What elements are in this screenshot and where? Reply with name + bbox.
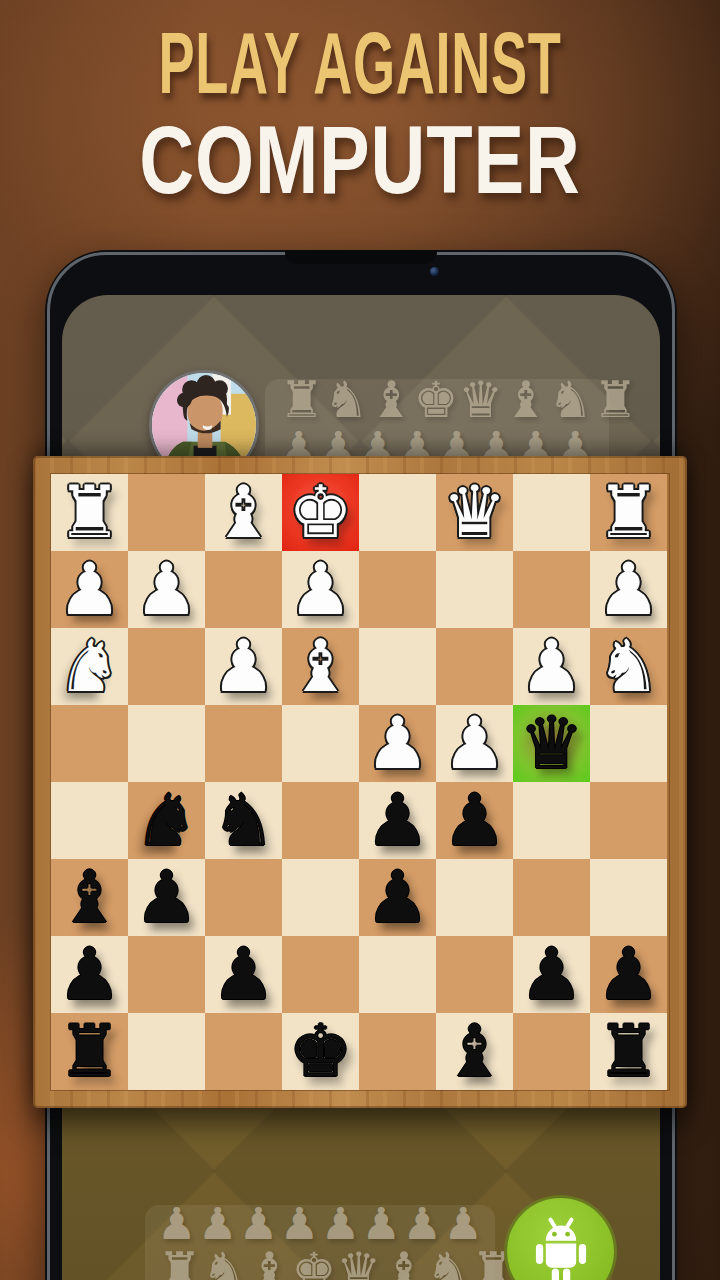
ghost-pawn-icon: ♟ (321, 1202, 360, 1246)
square-c1[interactable]: ♛ (436, 474, 513, 551)
square-d3[interactable] (359, 628, 436, 705)
square-f2[interactable] (205, 551, 282, 628)
square-g2[interactable]: ♟ (128, 551, 205, 628)
black-pawn: ♟ (134, 859, 199, 936)
ghost-pawn-icon: ♟ (403, 1202, 442, 1246)
ghost-knight-icon: ♞ (202, 1246, 247, 1280)
square-e3[interactable]: ♝ (282, 628, 359, 705)
black-pawn: ♟ (519, 936, 584, 1013)
square-f1[interactable]: ♝ (205, 474, 282, 551)
black-bishop: ♝ (442, 1013, 507, 1090)
square-d8[interactable] (359, 1013, 436, 1090)
black-pawn: ♟ (57, 936, 122, 1013)
ghost-pawn-icon: ♟ (443, 1202, 482, 1246)
square-f8[interactable] (205, 1013, 282, 1090)
chess-board-grid: ♜♝♚♛♜♟♟♟♟♞♟♝♟♞♟♟♛♞♞♟♟♝♟♟♟♟♟♟♜♚♝♜ (51, 474, 669, 1090)
computer-tray-pawn-row: ♟♟♟♟♟♟♟♟ (157, 1202, 483, 1246)
square-a7[interactable]: ♟ (590, 936, 667, 1013)
ghost-rook-icon: ♜ (279, 375, 324, 425)
black-pawn: ♟ (596, 936, 661, 1013)
square-a3[interactable]: ♞ (590, 628, 667, 705)
ghost-king-icon: ♚ (413, 375, 458, 425)
square-g3[interactable] (128, 628, 205, 705)
square-h6[interactable]: ♝ (51, 859, 128, 936)
ghost-pawn-icon: ♟ (280, 1202, 319, 1246)
square-f6[interactable] (205, 859, 282, 936)
black-knight: ♞ (134, 782, 199, 859)
white-pawn: ♟ (365, 705, 430, 782)
black-knight: ♞ (211, 782, 276, 859)
square-g7[interactable] (128, 936, 205, 1013)
promo-screenshot: PLAY AGAINST COMPUTER (0, 0, 720, 1280)
ghost-rook-icon: ♜ (157, 1246, 202, 1280)
white-bishop: ♝ (211, 474, 276, 551)
black-rook: ♜ (596, 1013, 661, 1090)
white-pawn: ♟ (288, 551, 353, 628)
square-b1[interactable] (513, 474, 590, 551)
square-c7[interactable] (436, 936, 513, 1013)
square-e8[interactable]: ♚ (282, 1013, 359, 1090)
black-pawn: ♟ (211, 936, 276, 1013)
black-queen: ♛ (519, 705, 584, 782)
square-a6[interactable] (590, 859, 667, 936)
square-d2[interactable] (359, 551, 436, 628)
square-b7[interactable]: ♟ (513, 936, 590, 1013)
square-e2[interactable]: ♟ (282, 551, 359, 628)
square-d1[interactable] (359, 474, 436, 551)
white-pawn: ♟ (519, 628, 584, 705)
black-pawn: ♟ (365, 859, 430, 936)
ghost-rook-icon: ♜ (593, 375, 638, 425)
white-rook: ♜ (596, 474, 661, 551)
square-d7[interactable] (359, 936, 436, 1013)
black-bishop: ♝ (57, 859, 122, 936)
ghost-bishop-icon: ♝ (247, 1246, 292, 1280)
square-h8[interactable]: ♜ (51, 1013, 128, 1090)
square-a2[interactable]: ♟ (590, 551, 667, 628)
title-line-1: PLAY AGAINST (133, 17, 587, 107)
ghost-queen-icon: ♛ (458, 375, 503, 425)
computer-captured-pieces-tray: ♟♟♟♟♟♟♟♟ ♜♞♝♚♛♝♞♜ (145, 1205, 495, 1280)
square-a5[interactable] (590, 782, 667, 859)
opponent-tray-major-row: ♜♞♝♚♛♝♞♜ (279, 375, 595, 425)
front-camera-icon (430, 267, 439, 276)
square-d6[interactable]: ♟ (359, 859, 436, 936)
ghost-pawn-icon: ♟ (198, 1202, 237, 1246)
white-pawn: ♟ (57, 551, 122, 628)
square-g6[interactable]: ♟ (128, 859, 205, 936)
white-knight: ♞ (57, 628, 122, 705)
square-c4[interactable]: ♟ (436, 705, 513, 782)
square-d4[interactable]: ♟ (359, 705, 436, 782)
black-rook: ♜ (57, 1013, 122, 1090)
square-g5[interactable]: ♞ (128, 782, 205, 859)
white-queen: ♛ (442, 474, 507, 551)
white-rook: ♜ (57, 474, 122, 551)
ghost-knight-icon: ♞ (548, 375, 593, 425)
square-c6[interactable] (436, 859, 513, 936)
square-a4[interactable] (590, 705, 667, 782)
chess-board: ♜♝♚♛♜♟♟♟♟♞♟♝♟♞♟♟♛♞♞♟♟♝♟♟♟♟♟♟♜♚♝♜ (33, 456, 687, 1108)
title-line-2: COMPUTER (72, 109, 648, 209)
ghost-bishop-icon: ♝ (503, 375, 548, 425)
ghost-queen-icon: ♛ (336, 1246, 381, 1280)
white-bishop: ♝ (288, 628, 353, 705)
square-c3[interactable] (436, 628, 513, 705)
white-pawn: ♟ (596, 551, 661, 628)
square-d5[interactable]: ♟ (359, 782, 436, 859)
square-b5[interactable] (513, 782, 590, 859)
square-e4[interactable] (282, 705, 359, 782)
ghost-pawn-icon: ♟ (239, 1202, 278, 1246)
white-pawn: ♟ (211, 628, 276, 705)
square-b2[interactable] (513, 551, 590, 628)
black-pawn: ♟ (442, 782, 507, 859)
square-e5[interactable] (282, 782, 359, 859)
square-g1[interactable] (128, 474, 205, 551)
square-c2[interactable] (436, 551, 513, 628)
square-h2[interactable]: ♟ (51, 551, 128, 628)
black-king: ♚ (288, 1013, 353, 1090)
square-h1[interactable]: ♜ (51, 474, 128, 551)
square-f7[interactable]: ♟ (205, 936, 282, 1013)
ghost-bishop-icon: ♝ (381, 1246, 426, 1280)
white-knight: ♞ (596, 628, 661, 705)
square-b8[interactable] (513, 1013, 590, 1090)
square-f4[interactable] (205, 705, 282, 782)
ghost-pawn-icon: ♟ (362, 1202, 401, 1246)
computer-tray-major-row: ♜♞♝♚♛♝♞♜ (157, 1246, 483, 1280)
ghost-knight-icon: ♞ (426, 1246, 471, 1280)
ghost-pawn-icon: ♟ (157, 1202, 196, 1246)
square-e7[interactable] (282, 936, 359, 1013)
square-f5[interactable]: ♞ (205, 782, 282, 859)
square-c5[interactable]: ♟ (436, 782, 513, 859)
phone-notch (285, 250, 437, 264)
white-king: ♚ (288, 474, 353, 551)
ghost-king-icon: ♚ (291, 1246, 336, 1280)
square-e1[interactable]: ♚ (282, 474, 359, 551)
square-a8[interactable]: ♜ (590, 1013, 667, 1090)
square-b4[interactable]: ♛ (513, 705, 590, 782)
square-e6[interactable] (282, 859, 359, 936)
square-b6[interactable] (513, 859, 590, 936)
white-pawn: ♟ (442, 705, 507, 782)
square-f3[interactable]: ♟ (205, 628, 282, 705)
black-pawn: ♟ (365, 782, 430, 859)
white-pawn: ♟ (134, 551, 199, 628)
ghost-bishop-icon: ♝ (369, 375, 414, 425)
square-h5[interactable] (51, 782, 128, 859)
ghost-knight-icon: ♞ (324, 375, 369, 425)
square-g4[interactable] (128, 705, 205, 782)
square-c8[interactable]: ♝ (436, 1013, 513, 1090)
square-b3[interactable]: ♟ (513, 628, 590, 705)
android-icon (504, 1195, 617, 1280)
android-robot-icon (528, 1214, 594, 1280)
square-a1[interactable]: ♜ (590, 474, 667, 551)
square-h4[interactable] (51, 705, 128, 782)
square-g8[interactable] (128, 1013, 205, 1090)
square-h7[interactable]: ♟ (51, 936, 128, 1013)
square-h3[interactable]: ♞ (51, 628, 128, 705)
